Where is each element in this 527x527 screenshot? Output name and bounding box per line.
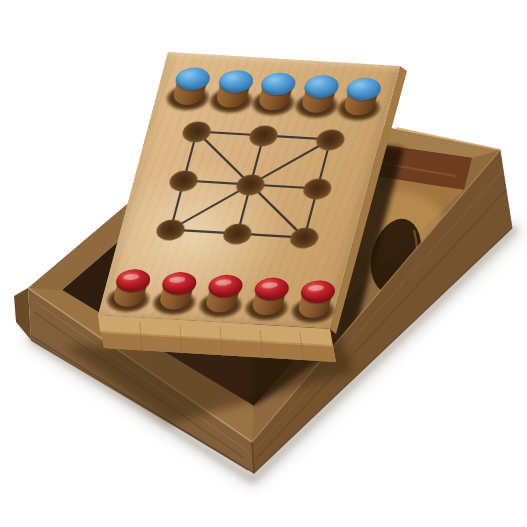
grid-point-r1c2[interactable] bbox=[277, 162, 357, 215]
board-hole bbox=[301, 177, 334, 199]
board-hole bbox=[288, 226, 321, 248]
board-grid bbox=[131, 105, 371, 264]
board-hole bbox=[314, 128, 347, 150]
board-hole bbox=[234, 173, 267, 195]
board-hole bbox=[180, 120, 213, 142]
board-hole bbox=[221, 222, 254, 244]
board-hole bbox=[167, 169, 200, 191]
grid-point-r2c2[interactable] bbox=[264, 211, 344, 264]
scene bbox=[0, 0, 527, 527]
board-hole bbox=[154, 218, 187, 240]
board-hole bbox=[247, 124, 280, 146]
